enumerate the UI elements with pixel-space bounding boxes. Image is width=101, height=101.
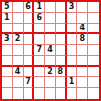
sudoku-cell-r1c6[interactable]	[56, 2, 67, 13]
sudoku-cell-r8c3[interactable]: 7	[24, 77, 35, 88]
sudoku-cell-r7c8[interactable]	[77, 67, 88, 78]
sudoku-cell-r7c3[interactable]	[24, 67, 35, 78]
sudoku-cell-r8c4[interactable]	[34, 77, 45, 88]
sudoku-cell-r6c8[interactable]	[77, 56, 88, 67]
sudoku-cell-r5c9[interactable]	[88, 45, 99, 56]
sudoku-cell-r3c1[interactable]	[2, 24, 13, 35]
sudoku-cell-r1c5[interactable]	[45, 2, 56, 13]
sudoku-cell-r5c8[interactable]	[77, 45, 88, 56]
sudoku-cell-r7c1[interactable]	[2, 67, 13, 78]
sudoku-cell-r6c6[interactable]	[56, 56, 67, 67]
sudoku-cell-r1c4[interactable]: 1	[34, 2, 45, 13]
sudoku-cell-r6c1[interactable]	[2, 56, 13, 67]
sudoku-cell-r6c3[interactable]	[24, 56, 35, 67]
sudoku-cell-r4c7[interactable]	[67, 34, 78, 45]
sudoku-cell-r2c9[interactable]	[88, 13, 99, 24]
sudoku-cell-r5c2[interactable]	[13, 45, 24, 56]
sudoku-cell-r8c2[interactable]	[13, 77, 24, 88]
sudoku-cell-r3c5[interactable]	[45, 24, 56, 35]
sudoku-cell-r3c9[interactable]	[88, 24, 99, 35]
sudoku-cell-r3c3[interactable]	[24, 24, 35, 35]
sudoku-cell-r8c9[interactable]	[88, 77, 99, 88]
sudoku-cell-r2c1[interactable]: 1	[2, 13, 13, 24]
sudoku-cell-r3c6[interactable]	[56, 24, 67, 35]
sudoku-cell-r6c5[interactable]	[45, 56, 56, 67]
sudoku-cell-r2c6[interactable]	[56, 13, 67, 24]
sudoku-cell-r6c9[interactable]	[88, 56, 99, 67]
sudoku-cell-r3c8[interactable]: 4	[77, 24, 88, 35]
sudoku-cell-r4c2[interactable]: 2	[13, 34, 24, 45]
sudoku-cell-r4c4[interactable]	[34, 34, 45, 45]
sudoku-cell-r8c6[interactable]	[56, 77, 67, 88]
sudoku-cell-r8c5[interactable]	[45, 77, 56, 88]
sudoku-cell-r9c4[interactable]	[34, 88, 45, 99]
sudoku-cell-r1c1[interactable]: 5	[2, 2, 13, 13]
sudoku-cell-r4c3[interactable]	[24, 34, 35, 45]
sudoku-cell-r2c8[interactable]	[77, 13, 88, 24]
sudoku-cell-r7c4[interactable]	[34, 67, 45, 78]
sudoku-cell-r9c8[interactable]	[77, 88, 88, 99]
sudoku-cell-r8c7[interactable]: 1	[67, 77, 78, 88]
sudoku-cell-r9c3[interactable]	[24, 88, 35, 99]
sudoku-cell-r3c7[interactable]	[67, 24, 78, 35]
sudoku-cell-r4c5[interactable]	[45, 34, 56, 45]
sudoku-cell-r7c5[interactable]: 2	[45, 67, 56, 78]
sudoku-cell-r7c6[interactable]: 8	[56, 67, 67, 78]
sudoku-cell-r4c1[interactable]: 3	[2, 34, 13, 45]
sudoku-cell-r9c5[interactable]	[45, 88, 56, 99]
sudoku-cell-r3c2[interactable]	[13, 24, 24, 35]
sudoku-cell-r9c1[interactable]	[2, 88, 13, 99]
sudoku-cell-r7c2[interactable]: 4	[13, 67, 24, 78]
sudoku-cell-r3c4[interactable]	[34, 24, 45, 35]
sudoku-cell-r4c6[interactable]	[56, 34, 67, 45]
sudoku-cell-r6c4[interactable]	[34, 56, 45, 67]
sudoku-cell-r5c5[interactable]: 4	[45, 45, 56, 56]
sudoku-cell-r7c7[interactable]	[67, 67, 78, 78]
sudoku-cell-r5c3[interactable]	[24, 45, 35, 56]
sudoku-cell-r2c4[interactable]: 6	[34, 13, 45, 24]
sudoku-cell-r8c8[interactable]	[77, 77, 88, 88]
sudoku-cell-r1c9[interactable]	[88, 2, 99, 13]
sudoku-cell-r2c5[interactable]	[45, 13, 56, 24]
sudoku-cell-r1c3[interactable]: 6	[24, 2, 35, 13]
sudoku-cell-r5c4[interactable]: 7	[34, 45, 45, 56]
sudoku-cell-r6c7[interactable]	[67, 56, 78, 67]
sudoku-cell-r5c7[interactable]	[67, 45, 78, 56]
sudoku-cell-r1c7[interactable]: 3	[67, 2, 78, 13]
sudoku-cell-r6c2[interactable]	[13, 56, 24, 67]
sudoku-cell-r9c2[interactable]	[13, 88, 24, 99]
sudoku-cell-r4c8[interactable]: 8	[77, 34, 88, 45]
sudoku-cell-r2c3[interactable]	[24, 13, 35, 24]
sudoku-cell-r1c8[interactable]	[77, 2, 88, 13]
sudoku-cell-r2c7[interactable]	[67, 13, 78, 24]
sudoku-cell-r5c1[interactable]	[2, 45, 13, 56]
sudoku-cell-r9c6[interactable]	[56, 88, 67, 99]
sudoku-cell-r5c6[interactable]	[56, 45, 67, 56]
sudoku-cell-r9c7[interactable]	[67, 88, 78, 99]
sudoku-cell-r4c9[interactable]	[88, 34, 99, 45]
sudoku-cell-r8c1[interactable]	[2, 77, 13, 88]
sudoku-cell-r7c9[interactable]	[88, 67, 99, 78]
sudoku-cell-r9c9[interactable]	[88, 88, 99, 99]
sudoku-cell-r1c2[interactable]	[13, 2, 24, 13]
sudoku-cell-r2c2[interactable]	[13, 13, 24, 24]
sudoku-board: 56131643287442871	[0, 0, 101, 101]
